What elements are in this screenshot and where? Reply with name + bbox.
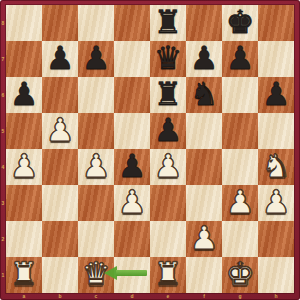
rank-label-3: 3 bbox=[0, 199, 6, 207]
square-h8[interactable] bbox=[258, 5, 294, 41]
rank-label-5: 5 bbox=[0, 127, 6, 135]
square-a5[interactable] bbox=[6, 113, 42, 149]
file-label-e: e bbox=[162, 292, 174, 300]
square-e6[interactable]: ♜ bbox=[150, 77, 186, 113]
square-g6[interactable] bbox=[222, 77, 258, 113]
square-g3[interactable]: ♟ bbox=[222, 185, 258, 221]
piece-black-queen-e7[interactable]: ♛ bbox=[150, 41, 186, 77]
piece-white-rook-e1[interactable]: ♜ bbox=[150, 257, 186, 293]
rank-label-8: 8 bbox=[0, 19, 6, 27]
piece-black-rook-e8[interactable]: ♜ bbox=[150, 5, 186, 41]
square-f7[interactable]: ♟ bbox=[186, 41, 222, 77]
square-g8[interactable]: ♚ bbox=[222, 5, 258, 41]
square-c6[interactable] bbox=[78, 77, 114, 113]
square-c4[interactable]: ♟ bbox=[78, 149, 114, 185]
square-a7[interactable] bbox=[6, 41, 42, 77]
piece-white-pawn-h3[interactable]: ♟ bbox=[258, 185, 294, 221]
square-b1[interactable] bbox=[42, 257, 78, 293]
chess-board: ♜♚♟♟♛♟♟♟♜♞♟♟♟♟♟♟♟♞♟♟♟♟♜♛♜♚ bbox=[6, 5, 294, 293]
square-e5[interactable]: ♟ bbox=[150, 113, 186, 149]
square-b7[interactable]: ♟ bbox=[42, 41, 78, 77]
square-e2[interactable] bbox=[150, 221, 186, 257]
square-d8[interactable] bbox=[114, 5, 150, 41]
square-c8[interactable] bbox=[78, 5, 114, 41]
square-e3[interactable] bbox=[150, 185, 186, 221]
piece-white-pawn-f2[interactable]: ♟ bbox=[186, 221, 222, 257]
square-b2[interactable] bbox=[42, 221, 78, 257]
rank-label-2: 2 bbox=[0, 235, 6, 243]
piece-white-pawn-g3[interactable]: ♟ bbox=[222, 185, 258, 221]
rank-label-6: 6 bbox=[0, 91, 6, 99]
piece-black-knight-f6[interactable]: ♞ bbox=[186, 77, 222, 113]
piece-white-rook-a1[interactable]: ♜ bbox=[6, 257, 42, 293]
square-h4[interactable]: ♞ bbox=[258, 149, 294, 185]
square-g2[interactable] bbox=[222, 221, 258, 257]
square-b8[interactable] bbox=[42, 5, 78, 41]
rank-label-4: 4 bbox=[0, 163, 6, 171]
square-a6[interactable]: ♟ bbox=[6, 77, 42, 113]
piece-white-pawn-e4[interactable]: ♟ bbox=[150, 149, 186, 185]
piece-white-king-g1[interactable]: ♚ bbox=[222, 257, 258, 293]
square-g4[interactable] bbox=[222, 149, 258, 185]
square-f8[interactable] bbox=[186, 5, 222, 41]
square-c5[interactable] bbox=[78, 113, 114, 149]
piece-white-pawn-d3[interactable]: ♟ bbox=[114, 185, 150, 221]
square-h3[interactable]: ♟ bbox=[258, 185, 294, 221]
square-a8[interactable] bbox=[6, 5, 42, 41]
square-f5[interactable] bbox=[186, 113, 222, 149]
rank-label-7: 7 bbox=[0, 55, 6, 63]
file-label-c: c bbox=[90, 292, 102, 300]
square-b5[interactable]: ♟ bbox=[42, 113, 78, 149]
square-c3[interactable] bbox=[78, 185, 114, 221]
piece-black-king-g8[interactable]: ♚ bbox=[222, 5, 258, 41]
file-label-b: b bbox=[54, 292, 66, 300]
piece-white-knight-h4[interactable]: ♞ bbox=[258, 149, 294, 185]
square-c2[interactable] bbox=[78, 221, 114, 257]
square-h2[interactable] bbox=[258, 221, 294, 257]
file-label-f: f bbox=[198, 292, 210, 300]
square-b6[interactable] bbox=[42, 77, 78, 113]
square-a4[interactable]: ♟ bbox=[6, 149, 42, 185]
piece-black-pawn-f7[interactable]: ♟ bbox=[186, 41, 222, 77]
square-c1[interactable]: ♛ bbox=[78, 257, 114, 293]
piece-black-rook-e6[interactable]: ♜ bbox=[150, 77, 186, 113]
square-e1[interactable]: ♜ bbox=[150, 257, 186, 293]
chess-diagram: ♜♚♟♟♛♟♟♟♜♞♟♟♟♟♟♟♟♞♟♟♟♟♜♛♜♚ 87654321 abcd… bbox=[0, 0, 300, 300]
file-label-h: h bbox=[270, 292, 282, 300]
square-f6[interactable]: ♞ bbox=[186, 77, 222, 113]
square-d3[interactable]: ♟ bbox=[114, 185, 150, 221]
square-d5[interactable] bbox=[114, 113, 150, 149]
file-label-g: g bbox=[234, 292, 246, 300]
square-d6[interactable] bbox=[114, 77, 150, 113]
rank-label-1: 1 bbox=[0, 271, 6, 279]
square-d4[interactable]: ♟ bbox=[114, 149, 150, 185]
piece-white-queen-c1[interactable]: ♛ bbox=[78, 257, 114, 293]
square-e4[interactable]: ♟ bbox=[150, 149, 186, 185]
square-d2[interactable] bbox=[114, 221, 150, 257]
square-a1[interactable]: ♜ bbox=[6, 257, 42, 293]
square-d1[interactable] bbox=[114, 257, 150, 293]
piece-white-pawn-c4[interactable]: ♟ bbox=[78, 149, 114, 185]
square-f4[interactable] bbox=[186, 149, 222, 185]
square-g1[interactable]: ♚ bbox=[222, 257, 258, 293]
square-g5[interactable] bbox=[222, 113, 258, 149]
square-c7[interactable]: ♟ bbox=[78, 41, 114, 77]
square-f1[interactable] bbox=[186, 257, 222, 293]
piece-black-pawn-d4[interactable]: ♟ bbox=[114, 149, 150, 185]
square-h1[interactable] bbox=[258, 257, 294, 293]
square-e7[interactable]: ♛ bbox=[150, 41, 186, 77]
piece-black-pawn-c7[interactable]: ♟ bbox=[78, 41, 114, 77]
piece-black-pawn-g7[interactable]: ♟ bbox=[222, 41, 258, 77]
square-g7[interactable]: ♟ bbox=[222, 41, 258, 77]
square-h7[interactable] bbox=[258, 41, 294, 77]
square-f2[interactable]: ♟ bbox=[186, 221, 222, 257]
file-label-d: d bbox=[126, 292, 138, 300]
square-a2[interactable] bbox=[6, 221, 42, 257]
piece-black-pawn-h6[interactable]: ♟ bbox=[258, 77, 294, 113]
square-e8[interactable]: ♜ bbox=[150, 5, 186, 41]
square-b4[interactable] bbox=[42, 149, 78, 185]
piece-black-pawn-b7[interactable]: ♟ bbox=[42, 41, 78, 77]
piece-black-pawn-e5[interactable]: ♟ bbox=[150, 113, 186, 149]
file-label-a: a bbox=[18, 292, 30, 300]
square-a3[interactable] bbox=[6, 185, 42, 221]
square-d7[interactable] bbox=[114, 41, 150, 77]
square-f3[interactable] bbox=[186, 185, 222, 221]
square-h5[interactable] bbox=[258, 113, 294, 149]
piece-white-pawn-a4[interactable]: ♟ bbox=[6, 149, 42, 185]
piece-white-pawn-b5[interactable]: ♟ bbox=[42, 113, 78, 149]
square-h6[interactable]: ♟ bbox=[258, 77, 294, 113]
piece-black-pawn-a6[interactable]: ♟ bbox=[6, 77, 42, 113]
square-b3[interactable] bbox=[42, 185, 78, 221]
